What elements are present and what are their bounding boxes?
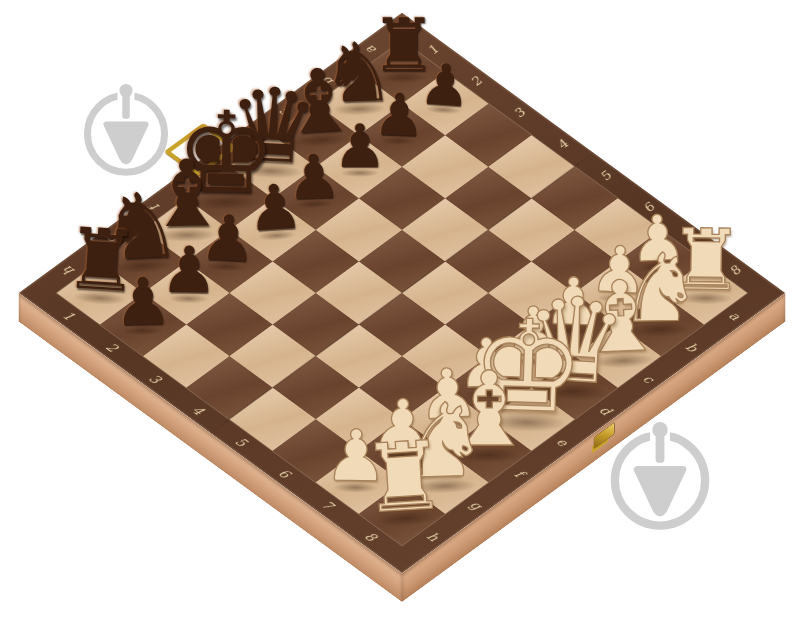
rank-label-near-6: 6 bbox=[275, 466, 294, 480]
square-e6 bbox=[402, 325, 488, 388]
file-label-near-g: g bbox=[466, 498, 486, 512]
file-label-near-c: c bbox=[639, 372, 658, 386]
rank-label-near-5: 5 bbox=[232, 435, 251, 449]
square-e7 bbox=[445, 356, 531, 419]
square-f6 bbox=[359, 356, 445, 419]
square-g7 bbox=[359, 419, 445, 482]
rank-label-near-7: 7 bbox=[318, 498, 337, 512]
file-label-far-f: f bbox=[147, 201, 164, 213]
square-h4 bbox=[186, 356, 272, 419]
square-c7 bbox=[531, 293, 617, 356]
rank-label-far-3: 3 bbox=[510, 105, 529, 119]
rank-label-near-2: 2 bbox=[102, 340, 121, 354]
chess-board: 1234567812345678abcdefghabcdefgh bbox=[19, 13, 786, 574]
square-h6 bbox=[273, 419, 359, 482]
square-h3 bbox=[143, 325, 229, 388]
file-label-far-h: h bbox=[59, 263, 79, 277]
file-label-far-c: c bbox=[275, 106, 294, 120]
rank-label-far-2: 2 bbox=[467, 74, 486, 88]
board-scene: 1234567812345678abcdefghabcdefgh bbox=[0, 0, 799, 620]
rank-label-near-8: 8 bbox=[361, 529, 380, 543]
square-g8 bbox=[402, 451, 488, 514]
rank-label-near-4: 4 bbox=[189, 403, 208, 417]
file-label-near-a: a bbox=[726, 309, 745, 323]
chess-set-product-photo: 1234567812345678abcdefghabcdefgh ♜♞♝♛♚♝♞… bbox=[0, 0, 799, 620]
file-label-near-f: f bbox=[511, 467, 528, 479]
file-label-near-e: e bbox=[553, 435, 572, 449]
rank-label-far-1: 1 bbox=[423, 42, 442, 56]
square-f8 bbox=[445, 419, 531, 482]
rank-label-far-7: 7 bbox=[682, 232, 701, 246]
rank-label-far-6: 6 bbox=[639, 200, 658, 214]
board-frame: 1234567812345678abcdefghabcdefgh bbox=[19, 13, 786, 574]
file-label-near-h: h bbox=[423, 529, 443, 543]
file-label-far-a: a bbox=[361, 42, 380, 56]
rank-label-far-5: 5 bbox=[596, 168, 615, 182]
square-h8 bbox=[359, 482, 445, 545]
file-label-near-d: d bbox=[596, 403, 616, 417]
square-h2 bbox=[100, 293, 186, 356]
file-label-far-g: g bbox=[102, 232, 122, 246]
rank-label-near-1: 1 bbox=[59, 309, 78, 323]
square-d8 bbox=[531, 356, 617, 419]
square-c8 bbox=[575, 325, 661, 388]
square-g5 bbox=[273, 356, 359, 419]
square-e8 bbox=[488, 388, 574, 451]
square-e5 bbox=[359, 293, 445, 356]
square-f7 bbox=[402, 388, 488, 451]
square-g4 bbox=[229, 325, 315, 388]
square-d6 bbox=[445, 293, 531, 356]
square-g6 bbox=[316, 388, 402, 451]
square-b8 bbox=[618, 293, 704, 356]
rank-label-near-3: 3 bbox=[145, 372, 164, 386]
square-f5 bbox=[316, 325, 402, 388]
square-d7 bbox=[488, 325, 574, 388]
square-g3 bbox=[186, 293, 272, 356]
square-h7 bbox=[316, 451, 402, 514]
square-f4 bbox=[273, 293, 359, 356]
file-label-near-b: b bbox=[682, 340, 702, 354]
square-h5 bbox=[229, 388, 315, 451]
file-label-far-d: d bbox=[232, 137, 252, 151]
rank-label-far-4: 4 bbox=[553, 137, 572, 151]
rank-label-far-8: 8 bbox=[725, 263, 744, 277]
file-label-far-b: b bbox=[318, 74, 338, 88]
